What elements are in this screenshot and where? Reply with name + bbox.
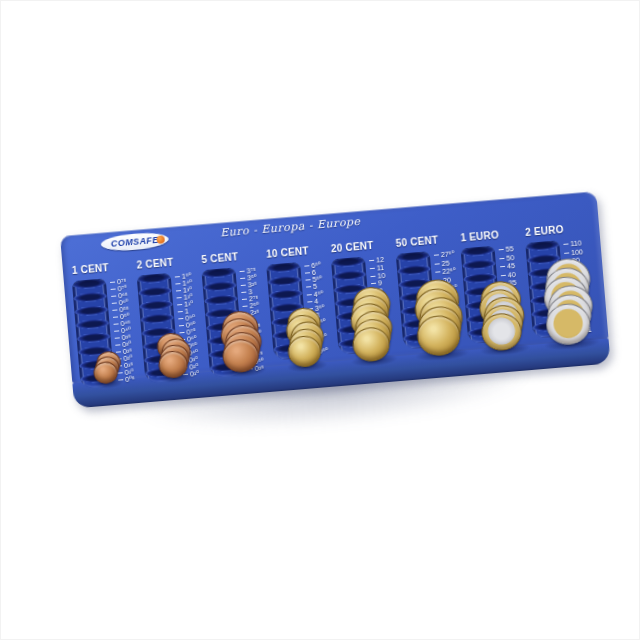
comsafe-logo-text: COMSAFE [111, 235, 159, 248]
coin-2-euro [546, 303, 591, 345]
column-50-cent: 50 CENT27⁵⁰2522⁵⁰2017⁵⁰1512⁵⁰107⁵⁰52⁵⁰ [394, 233, 468, 350]
coin-stack-5-cent [227, 371, 261, 374]
logo-globe-icon [156, 235, 165, 244]
series-title: Euro - Europa - Europe [220, 215, 361, 240]
column-1-cent: 1 CENT0⁷⁵0⁷⁰0⁶⁵0⁶⁰0⁵⁵0⁵⁰0⁴⁵0⁴⁰0³⁵0³⁰0²⁵0… [70, 260, 144, 377]
column-1-euro: 1 EURO555045403530252015105 [459, 227, 533, 344]
coin-50-cent [416, 315, 460, 356]
column-2-euro: 2 EURO110100908070605040302010 [524, 222, 598, 339]
coin-5-cent [222, 339, 259, 373]
coin-10-cent [287, 335, 321, 367]
column-10-cent: 10 CENT6⁵⁰65⁵⁰54⁵⁰43⁵⁰32⁵⁰21⁵⁰10⁵⁰ [265, 243, 339, 360]
coin-stack-20-cent [357, 360, 392, 363]
comsafe-logo: COMSAFE [100, 231, 169, 253]
coin-stack-1-euro [486, 349, 524, 352]
coin-stack-1-cent [98, 383, 120, 385]
coin-stack-10-cent [292, 365, 323, 368]
column-2-cent: 2 CENT1⁵⁰1⁴⁰1³⁰1²⁰1¹⁰10⁹⁰0⁸⁰0⁷⁰0⁶⁰0⁵⁰0⁴⁰… [135, 254, 209, 371]
product-photo: COMSAFE Euro - Europa - Europe 1 CENT0⁷⁵… [0, 0, 640, 640]
coin-stack-2-euro [551, 343, 593, 347]
column-20-cent: 20 CENT121110987654321 [330, 238, 404, 355]
column-5-cent: 5 CENT3⁷⁵3⁵⁰3²⁵32⁷⁵2⁵⁰2²⁵21⁷⁵1⁵⁰1²⁵10⁷⁵0… [200, 249, 274, 366]
coin-2-cent [158, 351, 188, 379]
coin-stack-2-cent [162, 377, 189, 379]
coin-1-cent [93, 361, 118, 384]
coin-stack-50-cent [421, 354, 462, 357]
coin-1-euro [481, 313, 522, 351]
coin-20-cent [352, 327, 390, 362]
